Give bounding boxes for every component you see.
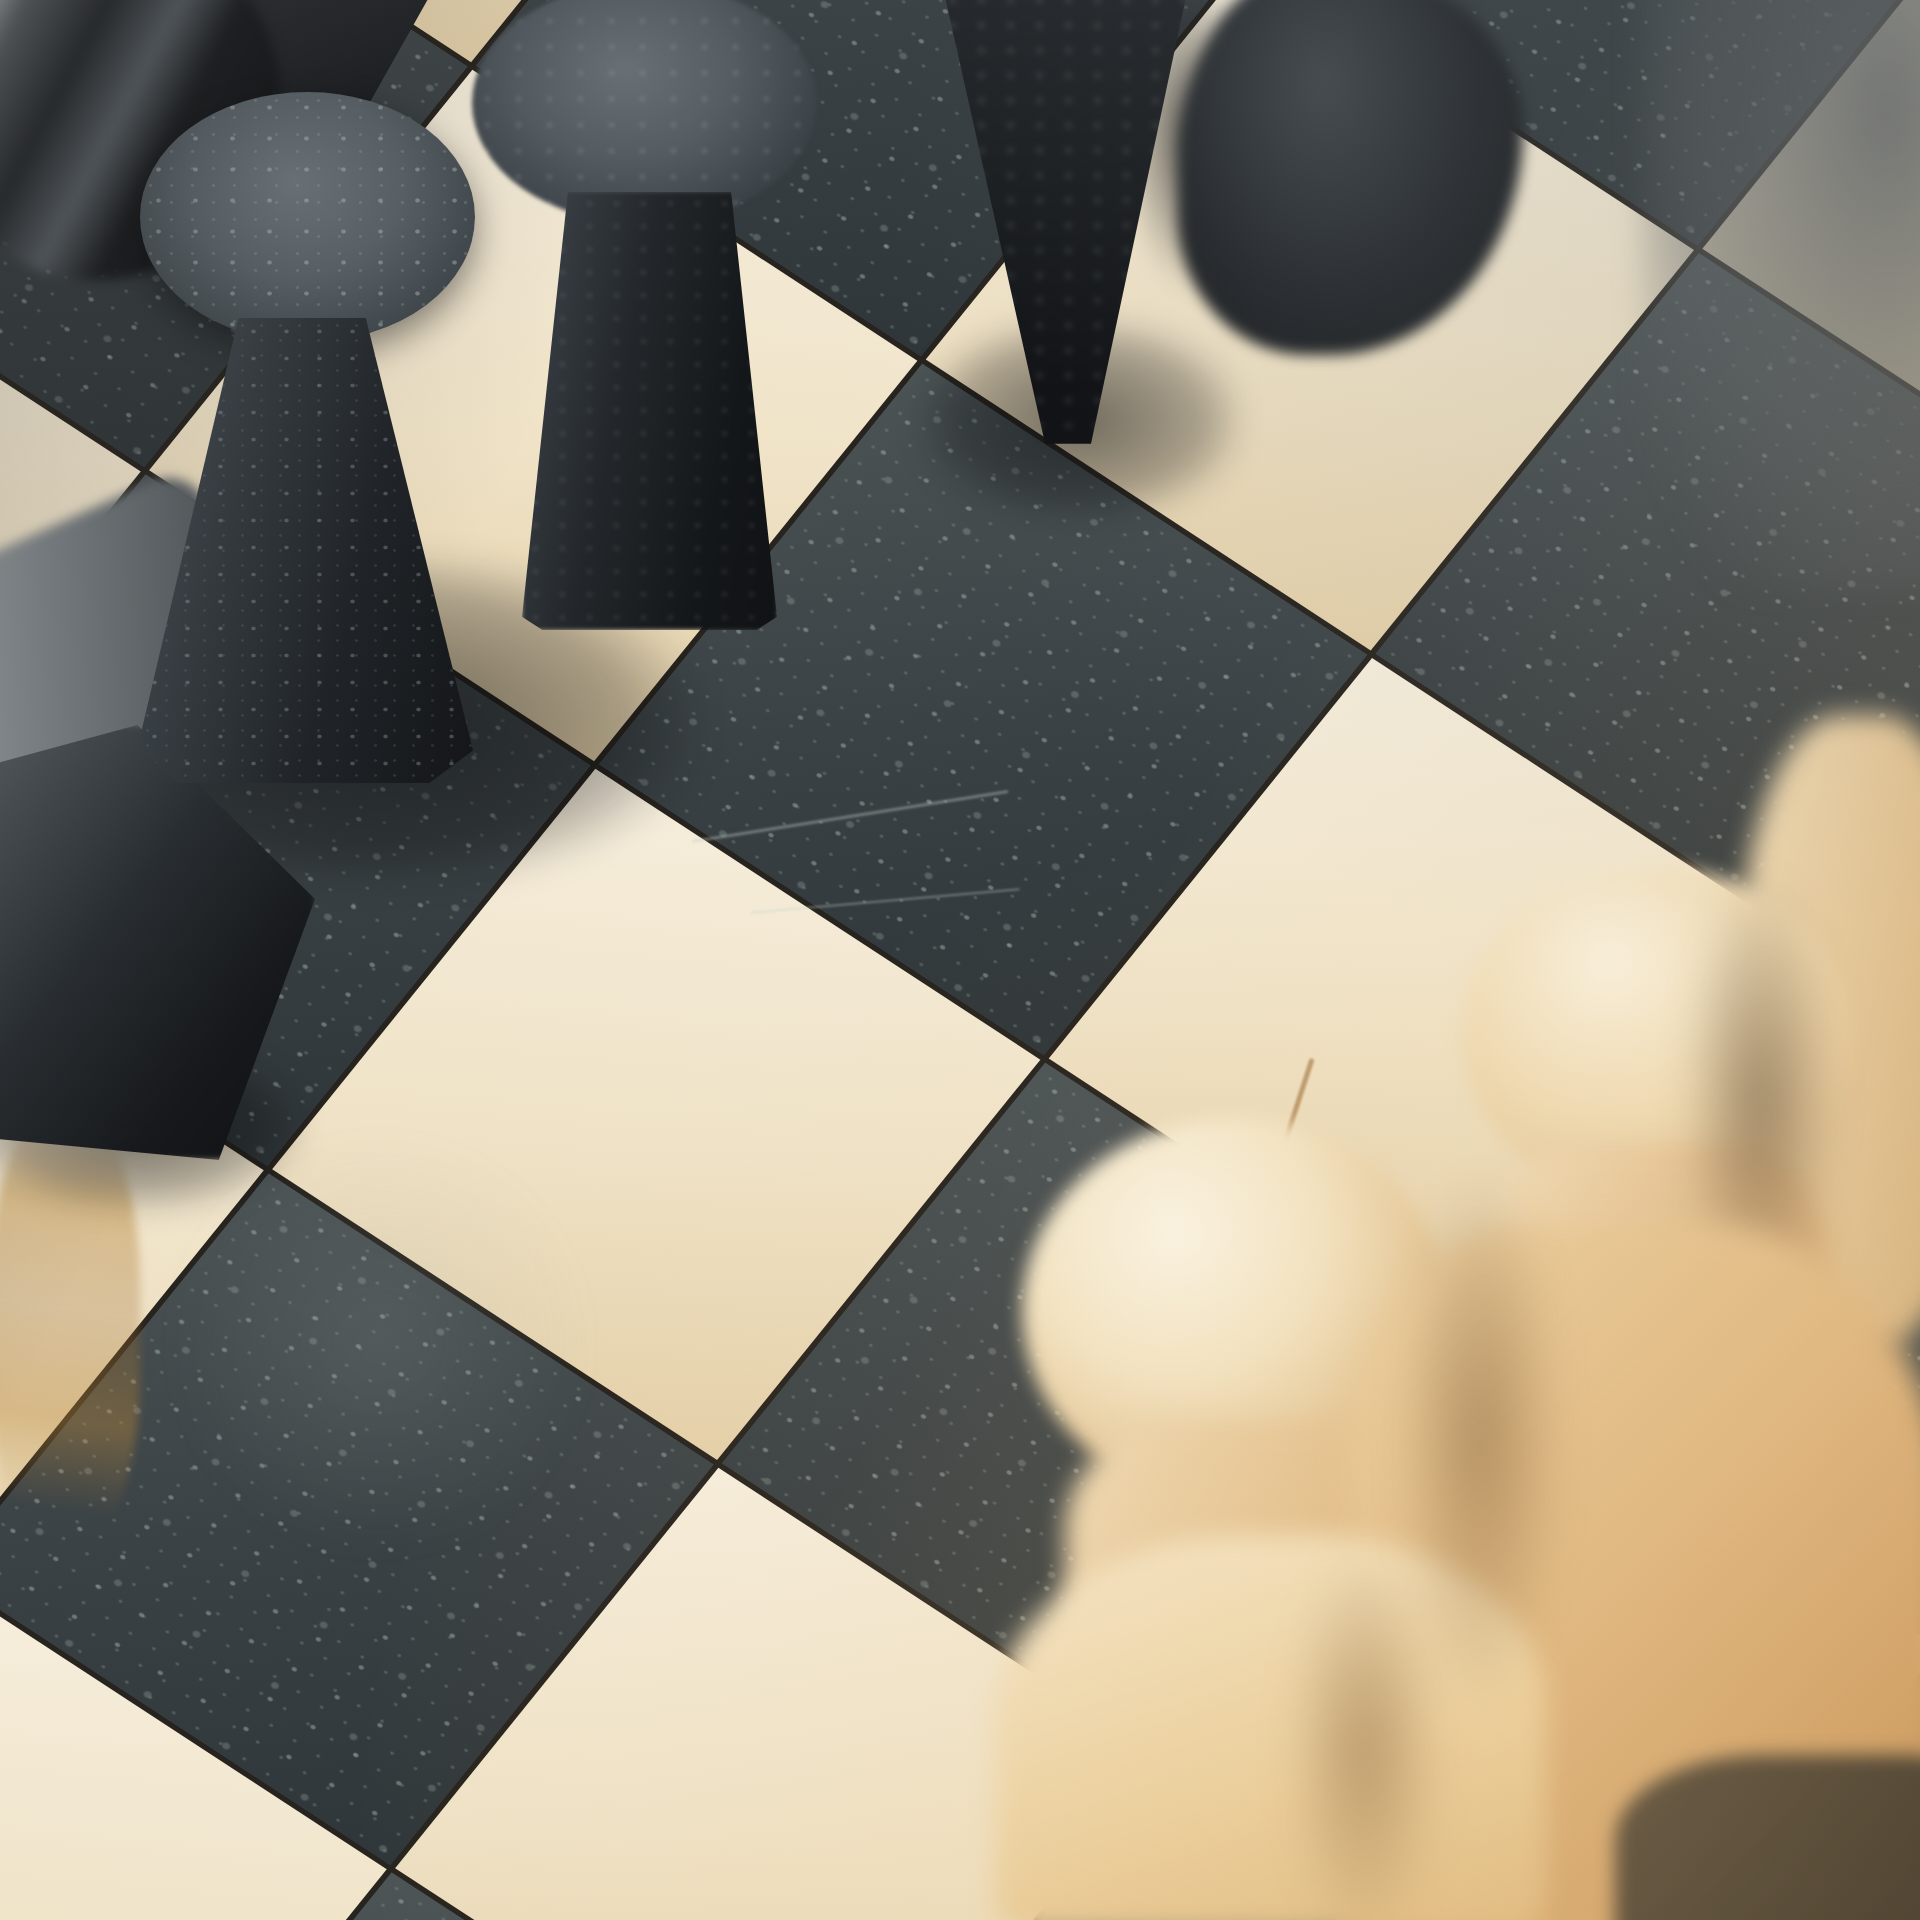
color-grade-overlay bbox=[0, 0, 1920, 1920]
chessboard-macro-photo bbox=[0, 0, 1920, 1920]
